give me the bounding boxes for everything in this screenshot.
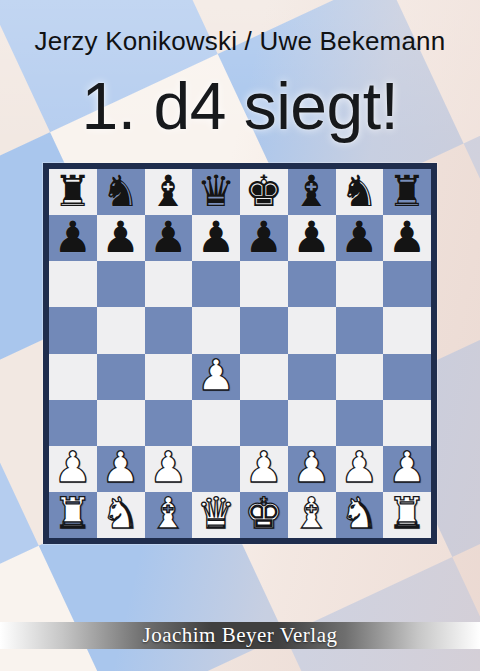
square-b3: [97, 400, 145, 446]
square-e7: ♟: [240, 215, 288, 261]
square-a1: ♜: [49, 492, 97, 538]
publisher-name: Joachim Beyer Verlag: [142, 622, 337, 649]
square-h4: [383, 354, 431, 400]
square-g2: ♟: [336, 446, 384, 492]
square-e5: [240, 307, 288, 353]
square-d8: ♛: [192, 169, 240, 215]
piece-black-pawn-e7: ♟: [245, 216, 284, 259]
square-b5: [97, 307, 145, 353]
piece-black-pawn-d7: ♟: [197, 216, 236, 259]
book-title: 1. d4 siegt!: [0, 70, 480, 142]
square-c2: ♟: [145, 446, 193, 492]
square-b2: ♟: [97, 446, 145, 492]
piece-white-knight-g1: ♞: [340, 492, 379, 535]
piece-white-pawn-a2: ♟: [54, 446, 93, 489]
square-h1: ♜: [383, 492, 431, 538]
square-h6: [383, 261, 431, 307]
square-f7: ♟: [288, 215, 336, 261]
square-a7: ♟: [49, 215, 97, 261]
square-h3: [383, 400, 431, 446]
piece-black-pawn-f7: ♟: [292, 216, 331, 259]
square-f5: [288, 307, 336, 353]
square-c4: [145, 354, 193, 400]
piece-white-pawn-e2: ♟: [245, 446, 284, 489]
square-d1: ♛: [192, 492, 240, 538]
piece-black-knight-b8: ♞: [101, 170, 140, 213]
piece-white-knight-b1: ♞: [101, 492, 140, 535]
square-f2: ♟: [288, 446, 336, 492]
piece-black-pawn-h7: ♟: [388, 216, 427, 259]
square-d4: ♟: [192, 354, 240, 400]
square-e6: [240, 261, 288, 307]
piece-white-rook-a1: ♜: [54, 492, 93, 535]
square-e4: [240, 354, 288, 400]
square-f6: [288, 261, 336, 307]
square-b8: ♞: [97, 169, 145, 215]
square-g6: [336, 261, 384, 307]
piece-white-pawn-f2: ♟: [292, 446, 331, 489]
square-g1: ♞: [336, 492, 384, 538]
piece-white-queen-d1: ♛: [197, 492, 236, 535]
piece-black-pawn-b7: ♟: [101, 216, 140, 259]
piece-white-pawn-g2: ♟: [340, 446, 379, 489]
piece-black-bishop-f8: ♝: [292, 170, 331, 213]
square-e8: ♚: [240, 169, 288, 215]
square-a2: ♟: [49, 446, 97, 492]
square-a3: [49, 400, 97, 446]
square-b1: ♞: [97, 492, 145, 538]
piece-black-bishop-c8: ♝: [149, 170, 188, 213]
square-a6: [49, 261, 97, 307]
piece-white-king-e1: ♚: [245, 492, 284, 535]
square-d2: [192, 446, 240, 492]
piece-white-pawn-b2: ♟: [101, 446, 140, 489]
piece-white-pawn-h2: ♟: [388, 446, 427, 489]
square-d6: [192, 261, 240, 307]
square-g3: [336, 400, 384, 446]
piece-black-queen-d8: ♛: [197, 170, 236, 213]
square-c3: [145, 400, 193, 446]
square-f4: [288, 354, 336, 400]
square-c1: ♝: [145, 492, 193, 538]
piece-white-bishop-c1: ♝: [149, 492, 188, 535]
chess-board: ♜♞♝♛♚♝♞♜♟♟♟♟♟♟♟♟♟♟♟♟♟♟♟♟♜♞♝♛♚♝♞♜: [49, 169, 431, 538]
square-h5: [383, 307, 431, 353]
piece-black-pawn-a7: ♟: [54, 216, 93, 259]
square-g8: ♞: [336, 169, 384, 215]
square-e2: ♟: [240, 446, 288, 492]
square-g4: [336, 354, 384, 400]
square-b7: ♟: [97, 215, 145, 261]
piece-black-king-e8: ♚: [245, 170, 284, 213]
square-g7: ♟: [336, 215, 384, 261]
square-a4: [49, 354, 97, 400]
square-h8: ♜: [383, 169, 431, 215]
square-h2: ♟: [383, 446, 431, 492]
piece-black-pawn-c7: ♟: [149, 216, 188, 259]
square-f8: ♝: [288, 169, 336, 215]
square-e3: [240, 400, 288, 446]
publisher-bar: Joachim Beyer Verlag: [0, 622, 480, 649]
square-c7: ♟: [145, 215, 193, 261]
chess-board-frame: ♜♞♝♛♚♝♞♜♟♟♟♟♟♟♟♟♟♟♟♟♟♟♟♟♜♞♝♛♚♝♞♜: [43, 163, 437, 544]
piece-black-knight-g8: ♞: [340, 170, 379, 213]
square-c8: ♝: [145, 169, 193, 215]
square-c6: [145, 261, 193, 307]
square-e1: ♚: [240, 492, 288, 538]
square-a8: ♜: [49, 169, 97, 215]
piece-black-rook-h8: ♜: [388, 170, 427, 213]
piece-white-rook-h1: ♜: [388, 492, 427, 535]
square-d5: [192, 307, 240, 353]
square-b4: [97, 354, 145, 400]
piece-black-pawn-g7: ♟: [340, 216, 379, 259]
piece-white-pawn-c2: ♟: [149, 446, 188, 489]
authors: Jerzy Konikowski / Uwe Bekemann: [0, 27, 480, 55]
square-d3: [192, 400, 240, 446]
piece-white-pawn-d4: ♟: [197, 354, 236, 397]
piece-white-bishop-f1: ♝: [292, 492, 331, 535]
square-g5: [336, 307, 384, 353]
square-h7: ♟: [383, 215, 431, 261]
square-a5: [49, 307, 97, 353]
square-f3: [288, 400, 336, 446]
square-c5: [145, 307, 193, 353]
square-d7: ♟: [192, 215, 240, 261]
book-cover: Jerzy Konikowski / Uwe Bekemann 1. d4 si…: [0, 0, 480, 671]
piece-black-rook-a8: ♜: [54, 170, 93, 213]
square-f1: ♝: [288, 492, 336, 538]
square-b6: [97, 261, 145, 307]
